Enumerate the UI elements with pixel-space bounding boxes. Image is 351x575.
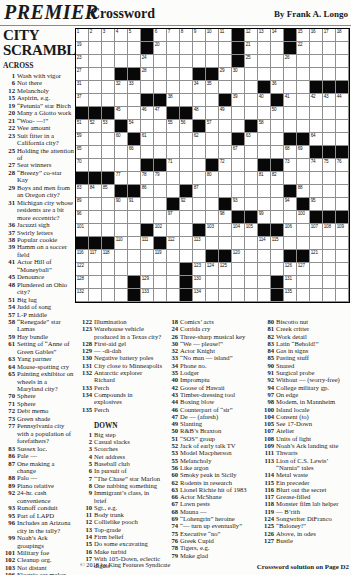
grid-cell[interactable] xyxy=(128,159,141,172)
grid-cell[interactable] xyxy=(219,237,232,250)
grid-cell[interactable] xyxy=(336,198,349,211)
grid-cell[interactable] xyxy=(271,55,284,68)
grid-cell[interactable] xyxy=(336,42,349,55)
grid-cell[interactable] xyxy=(284,237,297,250)
grid-cell[interactable] xyxy=(167,42,180,55)
grid-cell[interactable] xyxy=(115,263,128,276)
grid-cell[interactable]: 35 xyxy=(206,81,219,94)
grid-cell[interactable]: 34 xyxy=(193,81,206,94)
grid-cell[interactable] xyxy=(128,107,141,120)
grid-cell[interactable] xyxy=(193,146,206,159)
grid-cell[interactable] xyxy=(128,42,141,55)
grid-cell[interactable] xyxy=(310,263,323,276)
grid-cell[interactable] xyxy=(336,172,349,185)
grid-cell[interactable]: 58 xyxy=(258,120,271,133)
grid-cell[interactable]: 107 xyxy=(310,224,323,237)
grid-cell[interactable] xyxy=(193,198,206,211)
grid-cell[interactable] xyxy=(232,185,245,198)
grid-cell[interactable] xyxy=(258,42,271,55)
grid-cell[interactable] xyxy=(89,81,102,94)
grid-cell[interactable] xyxy=(297,120,310,133)
grid-cell[interactable]: 131 xyxy=(284,276,297,289)
grid-cell[interactable] xyxy=(180,211,193,224)
grid-cell[interactable] xyxy=(167,276,180,289)
grid-cell[interactable]: 78 xyxy=(141,172,154,185)
grid-cell[interactable]: 18 xyxy=(336,29,349,42)
grid-cell[interactable]: 126 xyxy=(284,263,297,276)
grid-cell[interactable] xyxy=(232,107,245,120)
grid-cell[interactable]: 72 xyxy=(219,159,232,172)
grid-cell[interactable]: 40 xyxy=(258,94,271,107)
grid-cell[interactable] xyxy=(219,81,232,94)
grid-cell[interactable]: 91 xyxy=(128,198,141,211)
grid-cell[interactable]: 61 xyxy=(141,133,154,146)
grid-cell[interactable] xyxy=(336,133,349,146)
grid-cell[interactable]: 14 xyxy=(271,29,284,42)
grid-cell[interactable]: 46 xyxy=(141,107,154,120)
grid-cell[interactable] xyxy=(245,237,258,250)
grid-cell[interactable] xyxy=(193,159,206,172)
grid-cell[interactable] xyxy=(206,107,219,120)
grid-cell[interactable]: 47 xyxy=(154,107,167,120)
grid-cell[interactable] xyxy=(297,81,310,94)
grid-cell[interactable] xyxy=(89,133,102,146)
grid-cell[interactable] xyxy=(258,133,271,146)
grid-cell[interactable] xyxy=(323,133,336,146)
grid-cell[interactable] xyxy=(323,185,336,198)
grid-cell[interactable] xyxy=(232,81,245,94)
grid-cell[interactable] xyxy=(89,276,102,289)
grid-cell[interactable] xyxy=(297,159,310,172)
grid-cell[interactable] xyxy=(258,107,271,120)
grid-cell[interactable]: 67 xyxy=(232,146,245,159)
grid-cell[interactable] xyxy=(310,289,323,302)
grid-cell[interactable] xyxy=(128,250,141,263)
grid-cell[interactable]: 17 xyxy=(323,29,336,42)
grid-cell[interactable]: 97 xyxy=(167,211,180,224)
grid-cell[interactable] xyxy=(115,250,128,263)
grid-cell[interactable] xyxy=(167,250,180,263)
grid-cell[interactable]: 5 xyxy=(128,29,141,42)
grid-cell[interactable] xyxy=(206,276,219,289)
grid-cell[interactable]: 122 xyxy=(76,263,89,276)
grid-cell[interactable]: 59 xyxy=(76,133,89,146)
grid-cell[interactable] xyxy=(219,172,232,185)
grid-cell[interactable] xyxy=(245,289,258,302)
grid-cell[interactable] xyxy=(128,263,141,276)
grid-cell[interactable]: 118 xyxy=(102,250,115,263)
grid-cell[interactable]: 10 xyxy=(206,29,219,42)
grid-cell[interactable] xyxy=(167,185,180,198)
grid-cell[interactable]: 56 xyxy=(180,120,193,133)
grid-cell[interactable] xyxy=(245,185,258,198)
grid-cell[interactable]: 11 xyxy=(219,29,232,42)
grid-cell[interactable] xyxy=(102,224,115,237)
grid-cell[interactable] xyxy=(258,276,271,289)
grid-cell[interactable]: 31 xyxy=(76,81,89,94)
grid-cell[interactable] xyxy=(297,276,310,289)
grid-cell[interactable] xyxy=(206,289,219,302)
grid-cell[interactable] xyxy=(271,146,284,159)
grid-cell[interactable] xyxy=(219,133,232,146)
grid-cell[interactable] xyxy=(245,107,258,120)
grid-cell[interactable] xyxy=(89,68,102,81)
grid-cell[interactable]: 114 xyxy=(258,237,271,250)
grid-cell[interactable] xyxy=(310,68,323,81)
grid-cell[interactable] xyxy=(271,185,284,198)
grid-cell[interactable]: 94 xyxy=(284,198,297,211)
grid-cell[interactable]: 76 xyxy=(336,159,349,172)
grid-cell[interactable] xyxy=(297,172,310,185)
grid-cell[interactable] xyxy=(336,185,349,198)
grid-cell[interactable] xyxy=(258,185,271,198)
grid-cell[interactable]: 27 xyxy=(76,68,89,81)
grid-cell[interactable]: 124 xyxy=(206,263,219,276)
grid-cell[interactable]: 130 xyxy=(193,276,206,289)
grid-cell[interactable]: 82 xyxy=(271,172,284,185)
grid-cell[interactable] xyxy=(310,237,323,250)
grid-cell[interactable]: 57 xyxy=(206,120,219,133)
grid-cell[interactable] xyxy=(141,81,154,94)
grid-cell[interactable] xyxy=(167,146,180,159)
grid-cell[interactable] xyxy=(115,211,128,224)
grid-cell[interactable] xyxy=(323,107,336,120)
grid-cell[interactable] xyxy=(245,250,258,263)
grid-cell[interactable]: 109 xyxy=(336,224,349,237)
grid-cell[interactable] xyxy=(102,289,115,302)
grid-cell[interactable] xyxy=(167,68,180,81)
grid-cell[interactable] xyxy=(206,133,219,146)
grid-cell[interactable]: 1 xyxy=(76,29,89,42)
grid-cell[interactable]: 62 xyxy=(193,133,206,146)
grid-cell[interactable]: 44 xyxy=(336,94,349,107)
grid-cell[interactable]: 110 xyxy=(115,237,128,250)
grid-cell[interactable] xyxy=(219,185,232,198)
grid-cell[interactable] xyxy=(180,224,193,237)
grid-cell[interactable] xyxy=(258,55,271,68)
grid-cell[interactable] xyxy=(206,94,219,107)
grid-cell[interactable] xyxy=(271,263,284,276)
grid-cell[interactable] xyxy=(284,68,297,81)
grid-cell[interactable]: 106 xyxy=(284,224,297,237)
grid-cell[interactable] xyxy=(102,263,115,276)
grid-cell[interactable]: 71 xyxy=(167,159,180,172)
grid-cell[interactable] xyxy=(310,172,323,185)
grid-cell[interactable] xyxy=(154,211,167,224)
grid-cell[interactable]: 66 xyxy=(128,146,141,159)
grid-cell[interactable]: 100 xyxy=(297,211,310,224)
grid-cell[interactable]: 98 xyxy=(219,211,232,224)
grid-cell[interactable] xyxy=(245,81,258,94)
grid-cell[interactable] xyxy=(258,250,271,263)
grid-cell[interactable]: 19 xyxy=(76,42,89,55)
grid-cell[interactable]: 81 xyxy=(258,172,271,185)
grid-cell[interactable]: 26 xyxy=(284,55,297,68)
grid-cell[interactable] xyxy=(245,94,258,107)
grid-cell[interactable] xyxy=(232,120,245,133)
grid-cell[interactable] xyxy=(232,237,245,250)
grid-cell[interactable] xyxy=(128,55,141,68)
grid-cell[interactable]: 80 xyxy=(206,172,219,185)
grid-cell[interactable] xyxy=(271,68,284,81)
grid-cell[interactable] xyxy=(323,198,336,211)
grid-cell[interactable]: 79 xyxy=(154,172,167,185)
grid-cell[interactable]: 15 xyxy=(297,29,310,42)
grid-cell[interactable]: 33 xyxy=(128,81,141,94)
grid-cell[interactable]: 117 xyxy=(89,250,102,263)
grid-cell[interactable] xyxy=(193,172,206,185)
grid-cell[interactable]: 55 xyxy=(167,120,180,133)
grid-cell[interactable] xyxy=(232,289,245,302)
grid-cell[interactable] xyxy=(180,146,193,159)
grid-cell[interactable] xyxy=(180,81,193,94)
grid-cell[interactable]: 84 xyxy=(89,185,102,198)
grid-cell[interactable]: 29 xyxy=(219,68,232,81)
grid-cell[interactable] xyxy=(245,263,258,276)
grid-cell[interactable] xyxy=(154,133,167,146)
grid-cell[interactable] xyxy=(115,276,128,289)
grid-cell[interactable]: 65 xyxy=(76,146,89,159)
grid-cell[interactable] xyxy=(232,263,245,276)
grid-cell[interactable] xyxy=(115,55,128,68)
grid-cell[interactable] xyxy=(219,289,232,302)
grid-cell[interactable] xyxy=(232,159,245,172)
grid-cell[interactable] xyxy=(141,211,154,224)
grid-cell[interactable]: 25 xyxy=(245,55,258,68)
grid-cell[interactable] xyxy=(89,55,102,68)
grid-cell[interactable]: 116 xyxy=(76,250,89,263)
grid-cell[interactable]: 7 xyxy=(167,29,180,42)
grid-cell[interactable] xyxy=(167,133,180,146)
grid-cell[interactable] xyxy=(284,120,297,133)
grid-cell[interactable] xyxy=(284,107,297,120)
grid-cell[interactable]: 6 xyxy=(154,29,167,42)
grid-cell[interactable] xyxy=(323,55,336,68)
grid-cell[interactable] xyxy=(128,237,141,250)
grid-cell[interactable]: 133 xyxy=(141,289,154,302)
grid-cell[interactable]: 87 xyxy=(193,185,206,198)
grid-cell[interactable] xyxy=(219,42,232,55)
grid-cell[interactable] xyxy=(206,198,219,211)
grid-cell[interactable] xyxy=(167,224,180,237)
grid-cell[interactable] xyxy=(336,289,349,302)
grid-cell[interactable] xyxy=(167,289,180,302)
grid-cell[interactable] xyxy=(89,42,102,55)
grid-cell[interactable] xyxy=(180,159,193,172)
grid-cell[interactable] xyxy=(323,237,336,250)
grid-cell[interactable]: 63 xyxy=(245,133,258,146)
grid-cell[interactable] xyxy=(219,146,232,159)
grid-cell[interactable] xyxy=(102,146,115,159)
grid-cell[interactable] xyxy=(336,107,349,120)
grid-cell[interactable] xyxy=(141,146,154,159)
grid-cell[interactable] xyxy=(180,172,193,185)
grid-cell[interactable] xyxy=(167,263,180,276)
grid-cell[interactable]: 4 xyxy=(115,29,128,42)
grid-cell[interactable]: 24 xyxy=(141,55,154,68)
grid-cell[interactable] xyxy=(154,185,167,198)
grid-cell[interactable] xyxy=(323,68,336,81)
grid-cell[interactable] xyxy=(206,185,219,198)
grid-cell[interactable]: 69 xyxy=(297,146,310,159)
grid-cell[interactable]: 111 xyxy=(141,237,154,250)
grid-cell[interactable] xyxy=(180,237,193,250)
grid-cell[interactable] xyxy=(102,276,115,289)
grid-cell[interactable] xyxy=(297,68,310,81)
grid-cell[interactable] xyxy=(245,68,258,81)
grid-cell[interactable] xyxy=(89,146,102,159)
grid-cell[interactable]: 60 xyxy=(115,133,128,146)
grid-cell[interactable]: 103 xyxy=(206,224,219,237)
grid-cell[interactable]: 135 xyxy=(284,289,297,302)
grid-cell[interactable] xyxy=(271,120,284,133)
grid-cell[interactable] xyxy=(336,250,349,263)
grid-cell[interactable]: 101 xyxy=(76,224,89,237)
grid-cell[interactable] xyxy=(193,211,206,224)
grid-cell[interactable] xyxy=(180,68,193,81)
grid-cell[interactable] xyxy=(284,211,297,224)
grid-cell[interactable] xyxy=(89,263,102,276)
grid-cell[interactable] xyxy=(297,107,310,120)
grid-cell[interactable] xyxy=(271,198,284,211)
grid-cell[interactable]: 112 xyxy=(167,237,180,250)
grid-cell[interactable]: 48 xyxy=(193,107,206,120)
grid-cell[interactable] xyxy=(323,276,336,289)
grid-cell[interactable]: 45 xyxy=(115,107,128,120)
grid-cell[interactable]: 21 xyxy=(245,42,258,55)
grid-cell[interactable] xyxy=(102,211,115,224)
grid-cell[interactable] xyxy=(258,289,271,302)
grid-cell[interactable] xyxy=(206,146,219,159)
grid-cell[interactable] xyxy=(180,55,193,68)
grid-cell[interactable] xyxy=(89,198,102,211)
grid-cell[interactable] xyxy=(297,237,310,250)
grid-cell[interactable] xyxy=(219,224,232,237)
grid-cell[interactable]: 92 xyxy=(180,198,193,211)
grid-cell[interactable] xyxy=(128,211,141,224)
grid-cell[interactable]: 42 xyxy=(310,94,323,107)
grid-cell[interactable]: 123 xyxy=(193,263,206,276)
grid-cell[interactable]: 30 xyxy=(232,68,245,81)
grid-cell[interactable]: 102 xyxy=(154,224,167,237)
grid-cell[interactable] xyxy=(297,94,310,107)
grid-cell[interactable] xyxy=(271,211,284,224)
grid-cell[interactable] xyxy=(206,211,219,224)
grid-cell[interactable]: 22 xyxy=(297,42,310,55)
grid-cell[interactable] xyxy=(310,120,323,133)
grid-cell[interactable]: 127 xyxy=(297,263,310,276)
grid-cell[interactable] xyxy=(323,42,336,55)
grid-cell[interactable] xyxy=(206,42,219,55)
grid-cell[interactable] xyxy=(271,42,284,55)
grid-cell[interactable] xyxy=(232,276,245,289)
grid-cell[interactable]: 75 xyxy=(323,159,336,172)
grid-cell[interactable] xyxy=(102,198,115,211)
grid-cell[interactable] xyxy=(141,120,154,133)
grid-cell[interactable] xyxy=(154,263,167,276)
grid-cell[interactable] xyxy=(141,198,154,211)
grid-cell[interactable]: 115 xyxy=(271,237,284,250)
grid-cell[interactable]: 53 xyxy=(102,120,115,133)
grid-cell[interactable] xyxy=(167,81,180,94)
grid-cell[interactable] xyxy=(258,68,271,81)
grid-cell[interactable]: 119 xyxy=(154,250,167,263)
grid-cell[interactable] xyxy=(336,55,349,68)
grid-cell[interactable]: 90 xyxy=(115,198,128,211)
grid-cell[interactable] xyxy=(167,172,180,185)
grid-cell[interactable]: 108 xyxy=(323,224,336,237)
grid-cell[interactable] xyxy=(193,42,206,55)
grid-cell[interactable]: 8 xyxy=(180,29,193,42)
grid-cell[interactable]: 38 xyxy=(167,94,180,107)
grid-cell[interactable] xyxy=(219,276,232,289)
grid-cell[interactable]: 86 xyxy=(141,185,154,198)
grid-cell[interactable]: 96 xyxy=(76,211,89,224)
grid-cell[interactable] xyxy=(128,224,141,237)
grid-cell[interactable] xyxy=(115,159,128,172)
grid-cell[interactable]: 95 xyxy=(310,198,323,211)
grid-cell[interactable] xyxy=(154,55,167,68)
grid-cell[interactable] xyxy=(180,42,193,55)
grid-cell[interactable] xyxy=(102,94,115,107)
grid-cell[interactable] xyxy=(310,107,323,120)
grid-cell[interactable] xyxy=(297,289,310,302)
grid-cell[interactable]: 3 xyxy=(102,29,115,42)
grid-cell[interactable]: 12 xyxy=(245,29,258,42)
grid-cell[interactable] xyxy=(336,120,349,133)
grid-cell[interactable] xyxy=(336,276,349,289)
grid-cell[interactable] xyxy=(232,172,245,185)
grid-cell[interactable]: 89 xyxy=(76,198,89,211)
grid-cell[interactable] xyxy=(89,289,102,302)
grid-cell[interactable] xyxy=(154,198,167,211)
grid-cell[interactable] xyxy=(115,94,128,107)
grid-cell[interactable] xyxy=(297,224,310,237)
grid-cell[interactable] xyxy=(180,133,193,146)
grid-cell[interactable] xyxy=(180,250,193,263)
grid-cell[interactable]: 99 xyxy=(258,211,271,224)
grid-cell[interactable]: 23 xyxy=(76,55,89,68)
grid-cell[interactable] xyxy=(102,159,115,172)
grid-cell[interactable] xyxy=(154,81,167,94)
grid-cell[interactable]: 88 xyxy=(297,185,310,198)
grid-cell[interactable] xyxy=(115,42,128,55)
grid-cell[interactable]: 129 xyxy=(141,276,154,289)
grid-cell[interactable]: 104 xyxy=(232,224,245,237)
grid-cell[interactable] xyxy=(102,42,115,55)
grid-cell[interactable] xyxy=(167,55,180,68)
grid-cell[interactable] xyxy=(310,42,323,55)
grid-cell[interactable] xyxy=(336,263,349,276)
grid-cell[interactable] xyxy=(323,263,336,276)
grid-cell[interactable]: 120 xyxy=(232,250,245,263)
grid-cell[interactable] xyxy=(297,55,310,68)
grid-cell[interactable] xyxy=(245,276,258,289)
grid-cell[interactable] xyxy=(323,120,336,133)
grid-cell[interactable] xyxy=(271,250,284,263)
grid-cell[interactable]: 51 xyxy=(76,120,89,133)
grid-cell[interactable]: 28 xyxy=(141,68,154,81)
grid-cell[interactable] xyxy=(102,133,115,146)
grid-cell[interactable]: 93 xyxy=(232,198,245,211)
grid-cell[interactable] xyxy=(323,172,336,185)
grid-cell[interactable] xyxy=(141,250,154,263)
grid-cell[interactable]: 68 xyxy=(284,146,297,159)
grid-cell[interactable] xyxy=(154,146,167,159)
grid-cell[interactable] xyxy=(310,185,323,198)
grid-cell[interactable]: 43 xyxy=(323,94,336,107)
grid-cell[interactable]: 105 xyxy=(245,224,258,237)
